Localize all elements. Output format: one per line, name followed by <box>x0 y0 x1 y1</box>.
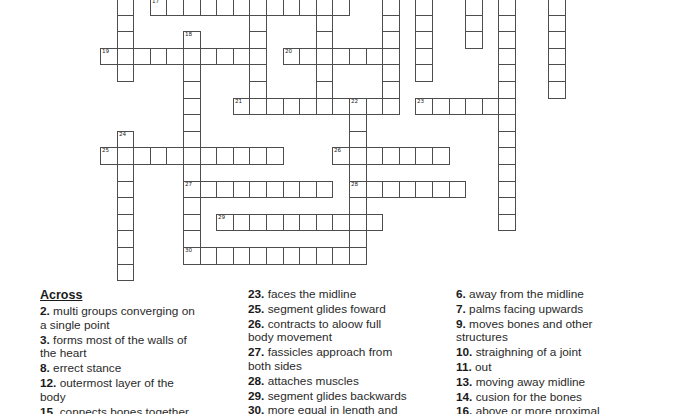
grid-cell[interactable] <box>415 15 433 33</box>
grid-cell[interactable] <box>349 131 367 149</box>
clue-item: 16. above or more proximal <box>456 405 674 414</box>
clue-number: 2. <box>40 304 50 318</box>
grid-cell[interactable] <box>349 164 367 182</box>
clue-text: straighning of a joint <box>472 345 581 359</box>
grid-cell[interactable] <box>249 64 267 82</box>
grid-cell[interactable] <box>299 98 317 116</box>
cell-number: 25 <box>102 148 109 154</box>
clue-item: 25. segment glides foward <box>248 303 453 317</box>
clue-text: multi groups converging on a single poin… <box>40 304 195 332</box>
grid-cell[interactable] <box>216 0 234 16</box>
crossword-page: 1718192021222324252627282930 Across2. mu… <box>0 0 700 414</box>
clue-number: 7. <box>456 302 466 316</box>
cell-number: 21 <box>235 99 242 105</box>
grid-cell[interactable] <box>316 81 334 99</box>
grid-cell[interactable] <box>316 214 334 232</box>
grid-cell[interactable] <box>249 0 267 16</box>
grid-cell[interactable] <box>382 15 400 33</box>
clue-number: 14. <box>456 390 472 404</box>
grid-cell[interactable] <box>183 48 201 66</box>
grid-cell[interactable] <box>249 15 267 33</box>
grid-cell[interactable]: 25 <box>100 147 118 165</box>
grid-cell[interactable] <box>150 147 168 165</box>
clue-item: 6. away from the midline <box>456 288 674 302</box>
clue-number: 25. <box>248 302 264 316</box>
grid-cell[interactable] <box>283 0 301 16</box>
grid-cell[interactable] <box>233 214 251 232</box>
grid-cell[interactable] <box>498 0 516 16</box>
grid-cell[interactable] <box>266 98 284 116</box>
cell-number: 29 <box>218 215 225 221</box>
grid-cell[interactable] <box>200 147 218 165</box>
clue-column-right: 6. away from the midline7. palms facing … <box>456 288 674 414</box>
clue-number: 23. <box>248 287 264 301</box>
grid-cell[interactable] <box>316 247 334 265</box>
grid-cell[interactable] <box>200 0 218 16</box>
clue-text: moves bones and other structures <box>456 317 592 345</box>
grid-cell[interactable]: 18 <box>183 31 201 49</box>
grid-cell[interactable] <box>382 48 400 66</box>
grid-cell[interactable] <box>183 114 201 132</box>
grid-cell[interactable] <box>415 147 433 165</box>
grid-cell[interactable] <box>117 0 135 16</box>
grid-cell[interactable] <box>498 131 516 149</box>
cell-number: 17 <box>152 0 159 5</box>
grid-cell[interactable] <box>117 264 135 282</box>
clue-text: away from the midline <box>466 287 584 301</box>
grid-cell[interactable] <box>283 181 301 199</box>
grid-cell[interactable] <box>216 48 234 66</box>
grid-cell[interactable] <box>183 81 201 99</box>
grid-cell[interactable] <box>316 181 334 199</box>
grid-cell[interactable] <box>266 247 284 265</box>
grid-cell[interactable] <box>117 230 135 248</box>
grid-cell[interactable] <box>382 64 400 82</box>
grid-cell[interactable] <box>299 48 317 66</box>
grid-cell[interactable] <box>548 31 566 49</box>
grid-cell[interactable]: 20 <box>283 48 301 66</box>
grid-cell[interactable] <box>349 114 367 132</box>
clue-number: 13. <box>456 375 472 389</box>
grid-cell[interactable] <box>117 31 135 49</box>
clue-item: 26. contracts to aloow full body movemen… <box>248 318 453 346</box>
grid-cell[interactable]: 30 <box>183 247 201 265</box>
grid-cell[interactable] <box>117 247 135 265</box>
grid-cell[interactable] <box>266 0 284 16</box>
clue-number: 29. <box>248 389 264 403</box>
grid-cell[interactable] <box>382 81 400 99</box>
grid-cell[interactable]: 26 <box>332 147 350 165</box>
grid-cell[interactable] <box>233 48 251 66</box>
grid-cell[interactable] <box>166 147 184 165</box>
clue-item: 9. moves bones and other structures <box>456 318 674 346</box>
grid-cell[interactable] <box>117 48 135 66</box>
grid-cell[interactable] <box>183 98 201 116</box>
grid-cell[interactable] <box>498 147 516 165</box>
grid-cell[interactable] <box>283 214 301 232</box>
grid-cell[interactable] <box>548 81 566 99</box>
grid-cell[interactable] <box>332 48 350 66</box>
clue-column-middle: 23. faces the midline25. segment glides … <box>248 288 453 414</box>
grid-cell[interactable] <box>117 197 135 215</box>
grid-cell[interactable] <box>183 64 201 82</box>
clue-text: moving away midline <box>472 375 585 389</box>
grid-cell[interactable] <box>498 48 516 66</box>
cell-number: 26 <box>334 148 341 154</box>
grid-cell[interactable] <box>299 181 317 199</box>
grid-cell[interactable] <box>548 64 566 82</box>
grid-cell[interactable] <box>382 98 400 116</box>
clue-item: 7. palms facing upwards <box>456 303 674 317</box>
cell-number: 27 <box>185 182 192 188</box>
grid-cell[interactable] <box>233 147 251 165</box>
grid-cell[interactable] <box>548 0 566 16</box>
clue-column-left: Across2. multi groups converging on a si… <box>40 288 242 414</box>
grid-cell[interactable]: 27 <box>183 181 201 199</box>
grid-cell[interactable] <box>349 48 367 66</box>
grid-cell[interactable] <box>299 247 317 265</box>
clue-item: 30. more equal in length and <box>248 404 453 414</box>
clue-text: forms most of the walls of the heart <box>40 333 187 361</box>
grid-cell[interactable] <box>382 0 400 16</box>
grid-cell[interactable]: 28 <box>349 181 367 199</box>
clue-number: 30. <box>248 403 264 414</box>
grid-cell[interactable] <box>266 181 284 199</box>
grid-cell[interactable] <box>498 181 516 199</box>
grid-cell[interactable] <box>216 247 234 265</box>
grid-cell[interactable] <box>415 31 433 49</box>
clue-item: 2. multi groups converging on a single p… <box>40 305 242 333</box>
cell-number: 20 <box>285 49 292 55</box>
clue-item: 27. fassicles approach from both sides <box>248 346 453 374</box>
grid-cell[interactable] <box>183 197 201 215</box>
grid-cell[interactable] <box>498 15 516 33</box>
grid-cell[interactable] <box>183 164 201 182</box>
grid-cell[interactable] <box>498 214 516 232</box>
grid-cell[interactable] <box>316 31 334 49</box>
grid-cell[interactable] <box>117 181 135 199</box>
grid-cell[interactable] <box>465 15 483 33</box>
grid-cell[interactable] <box>498 197 516 215</box>
grid-cell[interactable] <box>200 181 218 199</box>
clue-number: 28. <box>248 374 264 388</box>
clue-text: cusion for the bones <box>472 390 582 404</box>
grid-cell[interactable] <box>498 164 516 182</box>
grid-cell[interactable] <box>332 247 350 265</box>
grid-cell[interactable]: 21 <box>233 98 251 116</box>
grid-cell[interactable] <box>332 214 350 232</box>
across-header: Across <box>40 288 242 303</box>
clue-number: 15. <box>40 405 56 414</box>
clue-text: fassicles approach from both sides <box>248 345 392 373</box>
clue-item: 8. errect stance <box>40 362 242 376</box>
grid-cell[interactable] <box>382 147 400 165</box>
clue-text: segment glides foward <box>264 302 385 316</box>
grid-cell[interactable] <box>399 147 417 165</box>
grid-cell[interactable] <box>249 48 267 66</box>
clue-text: faces the midline <box>264 287 356 301</box>
grid-cell[interactable] <box>415 48 433 66</box>
grid-cell[interactable] <box>399 181 417 199</box>
clue-text: connects bones together <box>56 405 188 414</box>
clue-text: attaches muscles <box>264 374 358 388</box>
grid-cell[interactable] <box>548 48 566 66</box>
grid-cell[interactable] <box>183 0 201 16</box>
grid-cell[interactable] <box>233 0 251 16</box>
grid-cell[interactable] <box>332 98 350 116</box>
grid-cell[interactable] <box>366 48 384 66</box>
grid-cell[interactable] <box>432 98 450 116</box>
grid-cell[interactable]: 23 <box>415 98 433 116</box>
cell-number: 24 <box>119 132 126 138</box>
clue-number: 3. <box>40 333 50 347</box>
clue-item: 11. out <box>456 361 674 375</box>
grid-cell[interactable] <box>183 147 201 165</box>
grid-cell[interactable] <box>249 31 267 49</box>
grid-cell[interactable] <box>266 214 284 232</box>
grid-cell[interactable] <box>465 0 483 16</box>
grid-cell[interactable] <box>216 147 234 165</box>
grid-cell[interactable] <box>349 230 367 248</box>
cell-number: 30 <box>185 248 192 254</box>
grid-cell[interactable] <box>482 98 500 116</box>
clue-number: 10. <box>456 345 472 359</box>
grid-cell[interactable] <box>117 214 135 232</box>
clue-number: 26. <box>248 317 264 331</box>
clue-number: 16. <box>456 404 472 414</box>
grid-cell[interactable]: 24 <box>117 131 135 149</box>
clue-item: 3. forms most of the walls of the heart <box>40 334 242 362</box>
grid-cell[interactable] <box>449 181 467 199</box>
grid-cell[interactable] <box>166 48 184 66</box>
grid-cell[interactable] <box>316 98 334 116</box>
grid-cell[interactable] <box>249 247 267 265</box>
grid-cell[interactable] <box>382 181 400 199</box>
grid-cell[interactable] <box>498 31 516 49</box>
cell-number: 23 <box>417 99 424 105</box>
grid-cell[interactable] <box>465 98 483 116</box>
clue-text: segment glides backwards <box>264 389 406 403</box>
clue-item: 23. faces the midline <box>248 288 453 302</box>
grid-cell[interactable] <box>266 147 284 165</box>
grid-cell[interactable] <box>283 98 301 116</box>
clue-number: 8. <box>40 361 50 375</box>
grid-cell[interactable] <box>316 0 334 16</box>
grid-cell[interactable] <box>548 15 566 33</box>
grid-cell[interactable] <box>498 98 516 116</box>
clue-text: contracts to aloow full body movement <box>248 317 381 345</box>
grid-cell[interactable] <box>316 48 334 66</box>
grid-cell[interactable] <box>249 98 267 116</box>
grid-cell[interactable] <box>283 247 301 265</box>
grid-cell[interactable] <box>117 147 135 165</box>
grid-cell[interactable] <box>299 214 317 232</box>
grid-cell[interactable] <box>449 98 467 116</box>
grid-cell[interactable] <box>249 214 267 232</box>
clue-text: out <box>472 360 492 374</box>
clue-text: above or more proximal <box>472 404 599 414</box>
grid-cell[interactable] <box>133 48 151 66</box>
cell-number: 28 <box>351 182 358 188</box>
grid-cell[interactable] <box>465 31 483 49</box>
clue-number: 11. <box>456 360 472 374</box>
grid-cell[interactable] <box>316 15 334 33</box>
grid-cell[interactable]: 17 <box>150 0 168 16</box>
grid-cell[interactable] <box>382 31 400 49</box>
grid-cell[interactable] <box>432 147 450 165</box>
clue-item: 15. connects bones together <box>40 406 242 414</box>
grid-cell[interactable] <box>366 181 384 199</box>
grid-cell[interactable]: 19 <box>100 48 118 66</box>
grid-cell[interactable] <box>349 147 367 165</box>
clue-item: 12. outermost layer of the body <box>40 377 242 405</box>
grid-cell[interactable] <box>498 81 516 99</box>
grid-cell[interactable] <box>498 114 516 132</box>
clue-item: 13. moving away midline <box>456 376 674 390</box>
grid-cell[interactable] <box>133 147 151 165</box>
clue-item: 28. attaches muscles <box>248 375 453 389</box>
grid-cell[interactable] <box>166 0 184 16</box>
grid-cell[interactable] <box>366 98 384 116</box>
grid-cell[interactable] <box>117 15 135 33</box>
clue-number: 9. <box>456 317 466 331</box>
clue-number: 12. <box>40 376 56 390</box>
clue-text: outermost layer of the body <box>40 376 174 404</box>
grid-cell[interactable] <box>183 214 201 232</box>
grid-cell[interactable] <box>249 147 267 165</box>
grid-cell[interactable] <box>117 64 135 82</box>
clue-item: 10. straighning of a joint <box>456 346 674 360</box>
grid-cell[interactable] <box>233 181 251 199</box>
grid-cell[interactable]: 22 <box>349 98 367 116</box>
grid-cell[interactable] <box>233 247 251 265</box>
clue-number: 6. <box>456 287 466 301</box>
clue-item: 14. cusion for the bones <box>456 391 674 405</box>
clue-text: palms facing upwards <box>466 302 583 316</box>
grid-cell[interactable] <box>117 164 135 182</box>
cell-number: 19 <box>102 49 109 55</box>
grid-cell[interactable] <box>498 64 516 82</box>
grid-cell[interactable] <box>200 48 218 66</box>
grid-cell[interactable] <box>150 48 168 66</box>
grid-cell[interactable] <box>415 64 433 82</box>
grid-cell[interactable] <box>415 181 433 199</box>
clue-item: 29. segment glides backwards <box>248 390 453 404</box>
clue-text: errect stance <box>50 361 121 375</box>
grid-cell[interactable] <box>183 131 201 149</box>
cell-number: 18 <box>185 32 192 38</box>
grid-cell[interactable] <box>349 214 367 232</box>
grid-cell[interactable] <box>366 214 384 232</box>
grid-cell[interactable] <box>183 230 201 248</box>
grid-cell[interactable] <box>366 147 384 165</box>
grid-cell[interactable] <box>216 181 234 199</box>
grid-cell[interactable] <box>249 181 267 199</box>
grid-cell[interactable]: 29 <box>216 214 234 232</box>
grid-cell[interactable] <box>415 0 433 16</box>
grid-cell[interactable] <box>349 197 367 215</box>
grid-cell[interactable] <box>349 247 367 265</box>
grid-cell[interactable] <box>299 0 317 16</box>
cell-number: 22 <box>351 99 358 105</box>
grid-cell[interactable] <box>332 0 350 16</box>
clue-text: more equal in length and <box>264 403 397 414</box>
grid-cell[interactable] <box>200 247 218 265</box>
grid-cell[interactable] <box>432 181 450 199</box>
grid-cell[interactable] <box>316 64 334 82</box>
clue-number: 27. <box>248 345 264 359</box>
grid-cell[interactable] <box>249 81 267 99</box>
